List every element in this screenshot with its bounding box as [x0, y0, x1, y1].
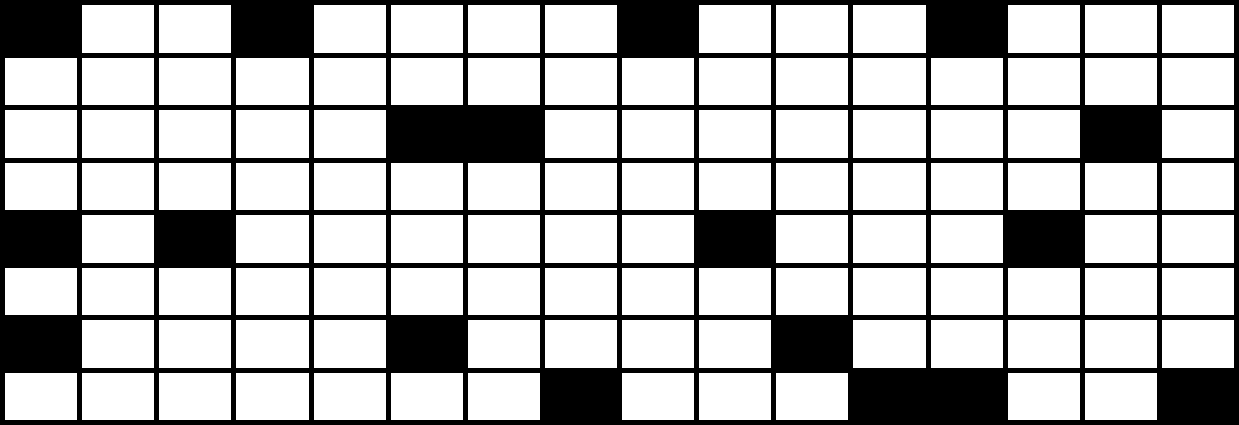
grid-cell[interactable]	[82, 373, 154, 421]
grid-cell[interactable]	[776, 163, 848, 211]
blocked-cell	[159, 215, 231, 263]
grid-cell[interactable]	[545, 268, 617, 316]
grid-cell[interactable]	[699, 268, 771, 316]
grid-cell[interactable]	[159, 320, 231, 368]
grid-cell[interactable]	[545, 5, 617, 53]
grid-cell[interactable]	[314, 320, 386, 368]
crossword-grid	[0, 0, 1239, 425]
grid-cell[interactable]	[391, 163, 463, 211]
grid-cell[interactable]	[1162, 215, 1234, 263]
grid-cell[interactable]	[699, 5, 771, 53]
grid-cell[interactable]	[468, 373, 540, 421]
grid-cell[interactable]	[931, 110, 1003, 158]
grid-cell[interactable]	[622, 373, 694, 421]
grid-cell[interactable]	[1085, 58, 1157, 106]
grid-cell[interactable]	[1162, 110, 1234, 158]
grid-cell[interactable]	[853, 58, 925, 106]
grid-cell[interactable]	[622, 320, 694, 368]
blocked-cell	[5, 320, 77, 368]
grid-cell[interactable]	[468, 320, 540, 368]
grid-cell[interactable]	[931, 58, 1003, 106]
grid-cell[interactable]	[468, 58, 540, 106]
grid-cell[interactable]	[1085, 373, 1157, 421]
grid-cell[interactable]	[776, 110, 848, 158]
grid-cell[interactable]	[699, 110, 771, 158]
grid-cell[interactable]	[236, 215, 308, 263]
grid-cell[interactable]	[622, 163, 694, 211]
grid-cell[interactable]	[1085, 268, 1157, 316]
blocked-cell	[5, 5, 77, 53]
grid-cell[interactable]	[159, 163, 231, 211]
grid-cell[interactable]	[931, 163, 1003, 211]
grid-cell[interactable]	[236, 373, 308, 421]
grid-cell[interactable]	[82, 58, 154, 106]
grid-cell[interactable]	[1008, 58, 1080, 106]
grid-cell[interactable]	[622, 110, 694, 158]
grid-cell[interactable]	[853, 320, 925, 368]
grid-cell[interactable]	[776, 373, 848, 421]
blocked-cell	[468, 110, 540, 158]
grid-cell[interactable]	[1008, 373, 1080, 421]
grid-cell[interactable]	[159, 268, 231, 316]
blocked-cell	[5, 215, 77, 263]
blocked-cell	[776, 320, 848, 368]
grid-cell[interactable]	[1085, 5, 1157, 53]
grid-cell[interactable]	[545, 58, 617, 106]
grid-cell[interactable]	[391, 215, 463, 263]
grid-cell[interactable]	[159, 373, 231, 421]
grid-cell[interactable]	[853, 5, 925, 53]
grid-cell[interactable]	[699, 373, 771, 421]
grid-cell[interactable]	[1162, 5, 1234, 53]
grid-cell[interactable]	[699, 58, 771, 106]
grid-cell[interactable]	[545, 320, 617, 368]
grid-cell[interactable]	[391, 58, 463, 106]
grid-cell[interactable]	[853, 163, 925, 211]
grid-cell[interactable]	[931, 320, 1003, 368]
grid-cell[interactable]	[1162, 58, 1234, 106]
grid-cell[interactable]	[5, 110, 77, 158]
grid-cell[interactable]	[82, 110, 154, 158]
grid-cell[interactable]	[1162, 268, 1234, 316]
grid-cell[interactable]	[1008, 163, 1080, 211]
grid-cell[interactable]	[468, 163, 540, 211]
grid-cell[interactable]	[5, 268, 77, 316]
grid-cell[interactable]	[82, 5, 154, 53]
grid-cell[interactable]	[236, 320, 308, 368]
grid-cell[interactable]	[82, 163, 154, 211]
grid-cell[interactable]	[699, 163, 771, 211]
grid-cell[interactable]	[622, 215, 694, 263]
grid-cell[interactable]	[391, 373, 463, 421]
grid-cell[interactable]	[159, 58, 231, 106]
grid-cell[interactable]	[622, 58, 694, 106]
grid-cell[interactable]	[82, 320, 154, 368]
grid-cell[interactable]	[1008, 110, 1080, 158]
grid-cell[interactable]	[468, 215, 540, 263]
blocked-cell	[853, 373, 925, 421]
grid-cell[interactable]	[853, 110, 925, 158]
grid-cell[interactable]	[545, 215, 617, 263]
blocked-cell	[391, 320, 463, 368]
grid-cell[interactable]	[236, 110, 308, 158]
grid-cell[interactable]	[5, 58, 77, 106]
grid-cell[interactable]	[236, 163, 308, 211]
puzzle-board	[0, 0, 1239, 425]
grid-cell[interactable]	[314, 58, 386, 106]
grid-cell[interactable]	[1162, 163, 1234, 211]
grid-cell[interactable]	[1008, 320, 1080, 368]
grid-cell[interactable]	[545, 110, 617, 158]
grid-cell[interactable]	[699, 320, 771, 368]
blocked-cell	[1162, 373, 1234, 421]
grid-cell[interactable]	[82, 215, 154, 263]
grid-cell[interactable]	[468, 268, 540, 316]
grid-cell[interactable]	[1085, 215, 1157, 263]
grid-cell[interactable]	[853, 215, 925, 263]
grid-cell[interactable]	[1085, 320, 1157, 368]
grid-cell[interactable]	[5, 163, 77, 211]
grid-cell[interactable]	[314, 163, 386, 211]
grid-cell[interactable]	[776, 268, 848, 316]
grid-cell[interactable]	[314, 215, 386, 263]
blocked-cell	[622, 5, 694, 53]
grid-cell[interactable]	[1085, 163, 1157, 211]
grid-cell[interactable]	[314, 268, 386, 316]
grid-cell[interactable]	[931, 268, 1003, 316]
grid-cell[interactable]	[1008, 5, 1080, 53]
blocked-cell	[931, 5, 1003, 53]
grid-cell[interactable]	[776, 58, 848, 106]
blocked-cell	[1085, 110, 1157, 158]
grid-cell[interactable]	[776, 215, 848, 263]
grid-cell[interactable]	[1162, 320, 1234, 368]
grid-cell[interactable]	[314, 5, 386, 53]
grid-cell[interactable]	[545, 163, 617, 211]
blocked-cell	[1008, 215, 1080, 263]
grid-cell[interactable]	[391, 5, 463, 53]
grid-cell[interactable]	[314, 110, 386, 158]
grid-cell[interactable]	[159, 5, 231, 53]
grid-cell[interactable]	[776, 5, 848, 53]
grid-cell[interactable]	[468, 5, 540, 53]
grid-cell[interactable]	[5, 373, 77, 421]
blocked-cell	[699, 215, 771, 263]
grid-cell[interactable]	[236, 58, 308, 106]
grid-cell[interactable]	[314, 373, 386, 421]
grid-cell[interactable]	[236, 268, 308, 316]
grid-cell[interactable]	[159, 110, 231, 158]
grid-cell[interactable]	[391, 268, 463, 316]
blocked-cell	[391, 110, 463, 158]
blocked-cell	[545, 373, 617, 421]
grid-cell[interactable]	[82, 268, 154, 316]
grid-cell[interactable]	[853, 268, 925, 316]
blocked-cell	[931, 373, 1003, 421]
grid-cell[interactable]	[1008, 268, 1080, 316]
grid-cell[interactable]	[622, 268, 694, 316]
grid-cell[interactable]	[931, 215, 1003, 263]
blocked-cell	[236, 5, 308, 53]
